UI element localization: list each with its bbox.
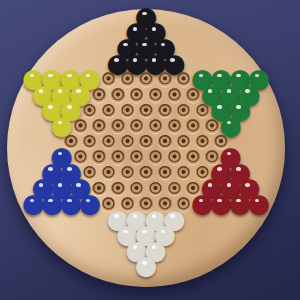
hole[interactable] <box>127 87 146 103</box>
hole[interactable] <box>155 134 174 150</box>
marble-yellow[interactable]: ● <box>52 118 71 134</box>
hole[interactable] <box>109 87 128 103</box>
hole[interactable] <box>146 149 165 165</box>
hole[interactable] <box>155 103 174 119</box>
hole[interactable] <box>146 181 165 197</box>
hole[interactable] <box>155 71 174 87</box>
marble-black[interactable]: ● <box>165 56 184 72</box>
marble-glyph: ● <box>78 190 101 216</box>
hole[interactable] <box>137 165 156 181</box>
hole[interactable] <box>174 165 193 181</box>
hole[interactable] <box>184 118 203 134</box>
hole[interactable] <box>174 134 193 150</box>
hole[interactable] <box>146 118 165 134</box>
marble-red[interactable]: ● <box>249 196 268 212</box>
hole[interactable] <box>99 71 118 87</box>
hole[interactable] <box>146 87 165 103</box>
hole[interactable] <box>99 134 118 150</box>
marble-green[interactable]: ● <box>221 118 240 134</box>
hole[interactable] <box>165 181 184 197</box>
hole[interactable] <box>193 134 212 150</box>
hole[interactable] <box>137 134 156 150</box>
hole[interactable] <box>99 103 118 119</box>
hole[interactable] <box>174 103 193 119</box>
hole[interactable] <box>90 87 109 103</box>
marble-blue[interactable]: ● <box>80 196 99 212</box>
hole[interactable] <box>109 149 128 165</box>
hole[interactable] <box>165 149 184 165</box>
hole[interactable] <box>184 149 203 165</box>
hole[interactable] <box>127 118 146 134</box>
hole[interactable] <box>127 181 146 197</box>
hole[interactable] <box>109 181 128 197</box>
hole[interactable] <box>155 165 174 181</box>
marble-glyph: ● <box>135 252 158 278</box>
hole[interactable] <box>80 134 99 150</box>
hole[interactable] <box>118 134 137 150</box>
hole[interactable] <box>118 165 137 181</box>
hole[interactable] <box>127 149 146 165</box>
hole[interactable] <box>109 118 128 134</box>
hole[interactable] <box>71 118 90 134</box>
hole[interactable] <box>165 118 184 134</box>
hole[interactable] <box>90 149 109 165</box>
hole[interactable] <box>165 87 184 103</box>
table-background: ●●●●●●●●●●●●●●●●●●●●●●●●●●●●●●●●●●●●●●●●… <box>0 0 300 300</box>
hole[interactable] <box>137 103 156 119</box>
star-grid: ●●●●●●●●●●●●●●●●●●●●●●●●●●●●●●●●●●●●●●●●… <box>24 9 268 274</box>
marble-white[interactable]: ● <box>137 259 156 275</box>
hole[interactable] <box>99 165 118 181</box>
hole[interactable] <box>80 103 99 119</box>
hole[interactable] <box>118 103 137 119</box>
hole[interactable] <box>137 71 156 87</box>
hole[interactable] <box>118 71 137 87</box>
chinese-checkers-board: ●●●●●●●●●●●●●●●●●●●●●●●●●●●●●●●●●●●●●●●●… <box>7 9 285 287</box>
marble-glyph: ● <box>247 190 270 216</box>
hole[interactable] <box>90 118 109 134</box>
